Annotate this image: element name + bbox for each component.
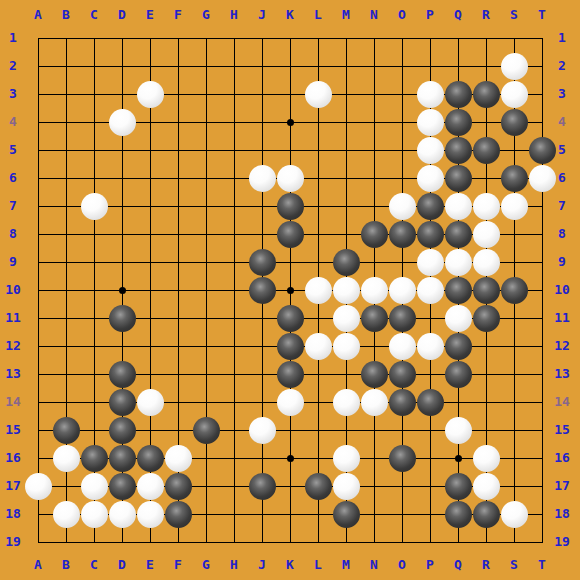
white-stone <box>389 333 416 360</box>
row-label-right: 1 <box>550 31 574 45</box>
black-stone <box>193 417 220 444</box>
black-stone <box>445 221 472 248</box>
white-stone <box>473 473 500 500</box>
column-label-bottom: O <box>388 558 416 572</box>
column-label-top: N <box>360 8 388 22</box>
row-label-left: 17 <box>1 479 25 493</box>
column-label-bottom: H <box>220 558 248 572</box>
row-label-left: 1 <box>1 31 25 45</box>
black-stone <box>109 305 136 332</box>
black-stone <box>501 277 528 304</box>
row-label-right: 13 <box>550 367 574 381</box>
column-label-bottom: T <box>528 558 556 572</box>
column-label-bottom: S <box>500 558 528 572</box>
black-stone <box>473 137 500 164</box>
white-stone <box>389 193 416 220</box>
black-stone <box>333 501 360 528</box>
row-label-left: 14 <box>1 395 25 409</box>
row-label-left: 7 <box>1 199 25 213</box>
column-label-top: R <box>472 8 500 22</box>
black-stone <box>109 361 136 388</box>
white-stone <box>417 109 444 136</box>
black-stone <box>501 109 528 136</box>
black-stone <box>109 445 136 472</box>
column-label-bottom: M <box>332 558 360 572</box>
white-stone <box>277 165 304 192</box>
row-label-left: 16 <box>1 451 25 465</box>
row-label-left: 5 <box>1 143 25 157</box>
column-label-top: P <box>416 8 444 22</box>
row-label-right: 17 <box>550 479 574 493</box>
row-label-left: 18 <box>1 507 25 521</box>
black-stone <box>389 445 416 472</box>
column-label-bottom: P <box>416 558 444 572</box>
white-stone <box>333 473 360 500</box>
column-label-bottom: F <box>164 558 192 572</box>
white-stone <box>137 501 164 528</box>
column-label-top: K <box>276 8 304 22</box>
black-stone <box>417 389 444 416</box>
white-stone <box>473 445 500 472</box>
black-stone <box>249 277 276 304</box>
white-stone <box>445 193 472 220</box>
row-label-left: 10 <box>1 283 25 297</box>
white-stone <box>445 417 472 444</box>
black-stone <box>165 501 192 528</box>
white-stone <box>333 445 360 472</box>
white-stone <box>501 53 528 80</box>
white-stone <box>389 277 416 304</box>
row-label-right: 5 <box>550 143 574 157</box>
black-stone <box>445 333 472 360</box>
black-stone <box>473 277 500 304</box>
star-point <box>287 455 294 462</box>
column-label-top: D <box>108 8 136 22</box>
black-stone <box>277 193 304 220</box>
white-stone <box>81 501 108 528</box>
row-label-left: 9 <box>1 255 25 269</box>
white-stone <box>277 389 304 416</box>
white-stone <box>417 249 444 276</box>
column-label-top: H <box>220 8 248 22</box>
white-stone <box>417 333 444 360</box>
row-label-right: 3 <box>550 87 574 101</box>
white-stone <box>473 193 500 220</box>
black-stone <box>445 361 472 388</box>
column-label-top: O <box>388 8 416 22</box>
white-stone <box>417 81 444 108</box>
column-label-top: S <box>500 8 528 22</box>
black-stone <box>53 417 80 444</box>
row-label-right: 2 <box>550 59 574 73</box>
white-stone <box>249 165 276 192</box>
column-label-top: Q <box>444 8 472 22</box>
column-label-bottom: B <box>52 558 80 572</box>
column-label-bottom: R <box>472 558 500 572</box>
white-stone <box>109 109 136 136</box>
row-label-right: 7 <box>550 199 574 213</box>
black-stone <box>333 249 360 276</box>
white-stone <box>417 277 444 304</box>
column-label-top: M <box>332 8 360 22</box>
black-stone <box>277 361 304 388</box>
row-label-left: 15 <box>1 423 25 437</box>
row-label-left: 2 <box>1 59 25 73</box>
black-stone <box>277 333 304 360</box>
column-label-bottom: J <box>248 558 276 572</box>
white-stone <box>361 277 388 304</box>
white-stone <box>333 305 360 332</box>
black-stone <box>305 473 332 500</box>
white-stone <box>501 81 528 108</box>
column-label-bottom: D <box>108 558 136 572</box>
white-stone <box>137 473 164 500</box>
white-stone <box>305 277 332 304</box>
column-label-bottom: A <box>24 558 52 572</box>
black-stone <box>361 221 388 248</box>
white-stone <box>333 277 360 304</box>
white-stone <box>473 221 500 248</box>
row-label-left: 11 <box>1 311 25 325</box>
black-stone <box>277 305 304 332</box>
black-stone <box>445 109 472 136</box>
black-stone <box>361 305 388 332</box>
row-label-right: 18 <box>550 507 574 521</box>
white-stone <box>333 333 360 360</box>
black-stone <box>389 305 416 332</box>
black-stone <box>81 445 108 472</box>
white-stone <box>361 389 388 416</box>
column-label-bottom: E <box>136 558 164 572</box>
column-label-top: A <box>24 8 52 22</box>
white-stone <box>137 389 164 416</box>
white-stone <box>249 417 276 444</box>
black-stone <box>473 81 500 108</box>
row-label-left: 6 <box>1 171 25 185</box>
white-stone <box>165 445 192 472</box>
black-stone <box>249 249 276 276</box>
black-stone <box>501 165 528 192</box>
white-stone <box>81 193 108 220</box>
black-stone <box>361 361 388 388</box>
row-label-right: 9 <box>550 255 574 269</box>
black-stone <box>445 137 472 164</box>
white-stone <box>81 473 108 500</box>
black-stone <box>109 473 136 500</box>
black-stone <box>389 221 416 248</box>
row-label-right: 8 <box>550 227 574 241</box>
white-stone <box>109 501 136 528</box>
black-stone <box>109 389 136 416</box>
white-stone <box>445 249 472 276</box>
white-stone <box>53 445 80 472</box>
column-label-bottom: Q <box>444 558 472 572</box>
white-stone <box>501 193 528 220</box>
white-stone <box>333 389 360 416</box>
star-point <box>119 287 126 294</box>
black-stone <box>249 473 276 500</box>
column-label-top: C <box>80 8 108 22</box>
column-label-bottom: N <box>360 558 388 572</box>
white-stone <box>501 501 528 528</box>
row-label-left: 13 <box>1 367 25 381</box>
star-point <box>287 287 294 294</box>
black-stone <box>137 445 164 472</box>
row-label-right: 6 <box>550 171 574 185</box>
column-label-bottom: C <box>80 558 108 572</box>
column-label-top: J <box>248 8 276 22</box>
star-point <box>287 119 294 126</box>
row-label-right: 12 <box>550 339 574 353</box>
star-point <box>455 455 462 462</box>
black-stone <box>473 305 500 332</box>
white-stone <box>305 333 332 360</box>
column-label-top: B <box>52 8 80 22</box>
black-stone <box>389 361 416 388</box>
go-board: AABBCCDDEEFFGGHHJJKKLLMMNNOOPPQQRRSSTT11… <box>0 0 580 580</box>
row-label-left: 3 <box>1 87 25 101</box>
black-stone <box>165 473 192 500</box>
black-stone <box>109 417 136 444</box>
row-label-left: 4 <box>1 115 25 129</box>
row-label-right: 14 <box>550 395 574 409</box>
row-label-right: 11 <box>550 311 574 325</box>
row-label-right: 4 <box>550 115 574 129</box>
row-label-right: 15 <box>550 423 574 437</box>
white-stone <box>417 165 444 192</box>
white-stone <box>25 473 52 500</box>
column-label-top: L <box>304 8 332 22</box>
column-label-bottom: G <box>192 558 220 572</box>
column-label-bottom: L <box>304 558 332 572</box>
column-label-top: G <box>192 8 220 22</box>
row-label-left: 12 <box>1 339 25 353</box>
white-stone <box>53 501 80 528</box>
white-stone <box>445 305 472 332</box>
black-stone <box>445 501 472 528</box>
black-stone <box>445 277 472 304</box>
column-label-top: T <box>528 8 556 22</box>
row-label-right: 10 <box>550 283 574 297</box>
column-label-top: E <box>136 8 164 22</box>
column-label-bottom: K <box>276 558 304 572</box>
white-stone <box>473 249 500 276</box>
row-label-left: 19 <box>1 535 25 549</box>
black-stone <box>417 221 444 248</box>
black-stone <box>445 165 472 192</box>
black-stone <box>389 389 416 416</box>
black-stone <box>445 81 472 108</box>
black-stone <box>445 473 472 500</box>
black-stone <box>417 193 444 220</box>
row-label-right: 19 <box>550 535 574 549</box>
black-stone <box>473 501 500 528</box>
row-label-right: 16 <box>550 451 574 465</box>
black-stone <box>277 221 304 248</box>
white-stone <box>137 81 164 108</box>
white-stone <box>305 81 332 108</box>
white-stone <box>417 137 444 164</box>
row-label-left: 8 <box>1 227 25 241</box>
column-label-top: F <box>164 8 192 22</box>
